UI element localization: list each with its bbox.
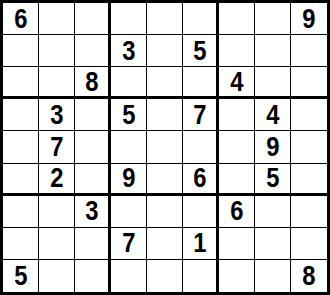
cell-r5c5[interactable] [147,131,183,163]
cell-r7c4[interactable] [111,196,147,228]
cell-r7c7[interactable]: 6 [219,196,255,228]
cell-r8c9[interactable] [291,228,327,260]
sudoku-board: 6935843574792965367158 [0,0,330,295]
cell-digit: 5 [14,262,27,290]
cell-r6c5[interactable] [147,164,183,196]
cell-digit: 9 [122,164,135,192]
cell-r3c9[interactable] [291,67,327,99]
cell-r2c3[interactable] [75,35,111,67]
cell-r4c7[interactable] [219,99,255,131]
cell-r5c8[interactable]: 9 [255,131,291,163]
cell-r9c2[interactable] [39,260,75,292]
cell-r3c3[interactable]: 8 [75,67,111,99]
cell-r4c2[interactable]: 3 [39,99,75,131]
cell-digit: 5 [193,37,206,65]
cell-r5c3[interactable] [75,131,111,163]
cell-r5c9[interactable] [291,131,327,163]
cell-r7c9[interactable] [291,196,327,228]
cell-r5c6[interactable] [183,131,219,163]
cell-r3c5[interactable] [147,67,183,99]
cell-r7c3[interactable]: 3 [75,196,111,228]
cell-r6c3[interactable] [75,164,111,196]
cell-r9c6[interactable] [183,260,219,292]
cell-digit: 9 [266,133,279,161]
cell-digit: 2 [50,164,63,192]
cell-r7c5[interactable] [147,196,183,228]
cell-r4c6[interactable]: 7 [183,99,219,131]
cell-r3c4[interactable] [111,67,147,99]
cell-r5c7[interactable] [219,131,255,163]
cell-r6c7[interactable] [219,164,255,196]
cell-r7c2[interactable] [39,196,75,228]
cell-digit: 7 [122,229,135,257]
cell-r2c4[interactable]: 3 [111,35,147,67]
cell-r1c3[interactable] [75,3,111,35]
cell-r8c8[interactable] [255,228,291,260]
cell-digit: 3 [122,37,135,65]
cell-r2c6[interactable]: 5 [183,35,219,67]
cell-r6c1[interactable] [3,164,39,196]
cell-r1c9[interactable]: 9 [291,3,327,35]
cell-r9c3[interactable] [75,260,111,292]
cell-r8c4[interactable]: 7 [111,228,147,260]
cell-r7c6[interactable] [183,196,219,228]
cell-r4c8[interactable]: 4 [255,99,291,131]
cell-digit: 6 [14,5,27,33]
cell-r5c2[interactable]: 7 [39,131,75,163]
cell-digit: 3 [50,101,63,129]
cell-r2c7[interactable] [219,35,255,67]
cell-digit: 4 [266,101,279,129]
cell-r3c2[interactable] [39,67,75,99]
cell-r4c3[interactable] [75,99,111,131]
cell-digit: 1 [193,229,206,257]
cell-r5c4[interactable] [111,131,147,163]
cell-r7c1[interactable] [3,196,39,228]
cell-digit: 4 [230,68,243,96]
cell-r8c5[interactable] [147,228,183,260]
cell-digit: 5 [122,101,135,129]
cell-digit: 8 [85,68,98,96]
cell-r2c1[interactable] [3,35,39,67]
cell-r1c5[interactable] [147,3,183,35]
cell-r3c6[interactable] [183,67,219,99]
cell-r2c2[interactable] [39,35,75,67]
cell-r4c9[interactable] [291,99,327,131]
cell-r2c5[interactable] [147,35,183,67]
cell-r4c4[interactable]: 5 [111,99,147,131]
cell-digit: 7 [50,133,63,161]
cell-r7c8[interactable] [255,196,291,228]
cell-r4c1[interactable] [3,99,39,131]
cell-r9c4[interactable] [111,260,147,292]
cell-r8c3[interactable] [75,228,111,260]
cell-r2c8[interactable] [255,35,291,67]
cell-r3c8[interactable] [255,67,291,99]
cell-digit: 8 [302,262,315,290]
cell-digit: 3 [85,197,98,225]
cell-r6c8[interactable]: 5 [255,164,291,196]
cell-r3c7[interactable]: 4 [219,67,255,99]
cell-digit: 6 [230,197,243,225]
cell-r5c1[interactable] [3,131,39,163]
cell-r6c4[interactable]: 9 [111,164,147,196]
cell-r8c6[interactable]: 1 [183,228,219,260]
cell-r6c9[interactable] [291,164,327,196]
cell-r9c8[interactable] [255,260,291,292]
cell-r1c4[interactable] [111,3,147,35]
cell-r1c1[interactable]: 6 [3,3,39,35]
cell-r3c1[interactable] [3,67,39,99]
cell-digit: 9 [302,5,315,33]
cell-r8c2[interactable] [39,228,75,260]
cell-r2c9[interactable] [291,35,327,67]
cell-r1c2[interactable] [39,3,75,35]
cell-r1c8[interactable] [255,3,291,35]
cell-r1c6[interactable] [183,3,219,35]
cell-r9c9[interactable]: 8 [291,260,327,292]
cell-r8c7[interactable] [219,228,255,260]
cell-r9c1[interactable]: 5 [3,260,39,292]
cell-digit: 6 [193,164,206,192]
cell-r9c5[interactable] [147,260,183,292]
cell-digit: 5 [266,164,279,192]
cell-digit: 7 [193,101,206,129]
cell-r6c2[interactable]: 2 [39,164,75,196]
cell-r6c6[interactable]: 6 [183,164,219,196]
cell-r4c5[interactable] [147,99,183,131]
cell-r1c7[interactable] [219,3,255,35]
cell-r8c1[interactable] [3,228,39,260]
cell-r9c7[interactable] [219,260,255,292]
